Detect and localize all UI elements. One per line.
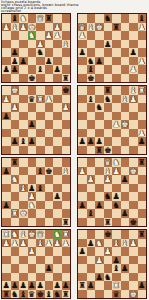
- piece-white-king[interactable]: ♚: [28, 23, 35, 31]
- square-c4[interactable]: [95, 48, 104, 57]
- piece-black-bishop[interactable]: ♝: [11, 14, 18, 22]
- square-a3[interactable]: [78, 273, 87, 282]
- square-d5[interactable]: [28, 256, 37, 265]
- square-d2[interactable]: ♟: [28, 281, 37, 290]
- square-g2[interactable]: [53, 209, 62, 218]
- square-b6[interactable]: ♟: [87, 175, 96, 184]
- square-c7[interactable]: ♟: [19, 23, 28, 32]
- square-f2[interactable]: [45, 137, 54, 146]
- square-f6[interactable]: [121, 31, 130, 40]
- square-b5[interactable]: [11, 184, 20, 193]
- square-g4[interactable]: ♟: [53, 192, 62, 201]
- square-b5[interactable]: [87, 184, 96, 193]
- piece-white-pawn[interactable]: ♟: [138, 57, 145, 65]
- square-d4[interactable]: [104, 264, 113, 273]
- square-f2[interactable]: [45, 209, 54, 218]
- square-h4[interactable]: [138, 48, 147, 57]
- square-f8[interactable]: [45, 86, 54, 95]
- piece-white-bishop[interactable]: ♝: [121, 95, 128, 103]
- square-a3[interactable]: ♟: [2, 201, 11, 210]
- square-h3[interactable]: [138, 201, 147, 210]
- square-a6[interactable]: ♟: [78, 31, 87, 40]
- square-e8[interactable]: [36, 86, 45, 95]
- square-b1[interactable]: ♚: [87, 74, 96, 83]
- square-d7[interactable]: [28, 239, 37, 248]
- square-f7[interactable]: ♟: [45, 239, 54, 248]
- square-d4[interactable]: ♟: [28, 192, 37, 201]
- square-f7[interactable]: ♚: [45, 167, 54, 176]
- piece-white-bishop[interactable]: ♝: [62, 40, 69, 48]
- piece-white-pawn[interactable]: ♟: [130, 65, 137, 73]
- square-f5[interactable]: [45, 112, 54, 121]
- square-a3[interactable]: ♟: [78, 201, 87, 210]
- square-a8[interactable]: [78, 230, 87, 239]
- square-a1[interactable]: ♜: [2, 290, 11, 299]
- square-g5[interactable]: [53, 184, 62, 193]
- piece-black-king[interactable]: ♚: [104, 230, 111, 238]
- square-h6[interactable]: [138, 103, 147, 112]
- piece-white-pawn[interactable]: ♟: [28, 247, 35, 255]
- square-e2[interactable]: [112, 137, 121, 146]
- square-a8[interactable]: [78, 86, 87, 95]
- square-b4[interactable]: [11, 120, 20, 129]
- square-a5[interactable]: [2, 40, 11, 49]
- square-a6[interactable]: [2, 103, 11, 112]
- piece-black-pawn[interactable]: ♟: [3, 167, 10, 175]
- square-b6[interactable]: [87, 31, 96, 40]
- piece-white-pawn[interactable]: ♟: [104, 247, 111, 255]
- square-h1[interactable]: ♜: [62, 74, 71, 83]
- square-b2[interactable]: ♝: [87, 65, 96, 74]
- square-e8[interactable]: ♛: [36, 14, 45, 23]
- piece-white-rook[interactable]: ♜: [37, 95, 44, 103]
- square-b3[interactable]: [87, 273, 96, 282]
- square-d3[interactable]: [104, 57, 113, 66]
- square-g4[interactable]: [129, 120, 138, 129]
- piece-black-knight[interactable]: ♞: [11, 290, 18, 298]
- square-g7[interactable]: [53, 167, 62, 176]
- square-a5[interactable]: [78, 40, 87, 49]
- square-e5[interactable]: ♟: [36, 40, 45, 49]
- piece-black-pawn[interactable]: ♟: [54, 65, 61, 73]
- square-d6[interactable]: [104, 103, 113, 112]
- square-f6[interactable]: [45, 175, 54, 184]
- square-e7[interactable]: ♝: [36, 167, 45, 176]
- square-d2[interactable]: [104, 65, 113, 74]
- square-g3[interactable]: [53, 201, 62, 210]
- square-a7[interactable]: ♟: [2, 167, 11, 176]
- square-c5[interactable]: [95, 184, 104, 193]
- square-b8[interactable]: [87, 14, 96, 23]
- square-h7[interactable]: [62, 23, 71, 32]
- square-a1[interactable]: [78, 218, 87, 227]
- piece-white-bishop[interactable]: ♝: [11, 23, 18, 31]
- piece-black-pawn[interactable]: ♟: [113, 192, 120, 200]
- piece-black-knight[interactable]: ♞: [104, 14, 111, 22]
- square-f7[interactable]: [45, 23, 54, 32]
- square-b5[interactable]: [11, 40, 20, 49]
- piece-black-rook[interactable]: ♜: [96, 146, 103, 154]
- square-g1[interactable]: ♚: [129, 290, 138, 299]
- square-c6[interactable]: [19, 31, 28, 40]
- square-f3[interactable]: [121, 273, 130, 282]
- square-e5[interactable]: [36, 112, 45, 121]
- piece-black-king[interactable]: ♚: [104, 146, 111, 154]
- square-e1[interactable]: [112, 74, 121, 83]
- square-f4[interactable]: [121, 48, 130, 57]
- square-g5[interactable]: [53, 256, 62, 265]
- square-g7[interactable]: ♟: [129, 95, 138, 104]
- square-e2[interactable]: [36, 209, 45, 218]
- piece-black-pawn[interactable]: ♟: [121, 264, 128, 272]
- square-d3[interactable]: [28, 57, 37, 66]
- square-d5[interactable]: ♟: [104, 40, 113, 49]
- square-g3[interactable]: [129, 273, 138, 282]
- square-e7[interactable]: [112, 95, 121, 104]
- square-a2[interactable]: [2, 137, 11, 146]
- square-g2[interactable]: [129, 281, 138, 290]
- piece-black-bishop[interactable]: ♝: [37, 65, 44, 73]
- square-b6[interactable]: [11, 247, 20, 256]
- square-a3[interactable]: [2, 129, 11, 138]
- square-h8[interactable]: ♜: [138, 158, 147, 167]
- piece-white-bishop[interactable]: ♝: [37, 239, 44, 247]
- square-h5[interactable]: [138, 256, 147, 265]
- square-d8[interactable]: ♚: [104, 230, 113, 239]
- square-e6[interactable]: [112, 103, 121, 112]
- square-b3[interactable]: [87, 201, 96, 210]
- square-e6[interactable]: [112, 175, 121, 184]
- square-d6[interactable]: ♟: [104, 247, 113, 256]
- square-a5[interactable]: ♟: [2, 112, 11, 121]
- square-a6[interactable]: [78, 175, 87, 184]
- square-d6[interactable]: [28, 103, 37, 112]
- square-e6[interactable]: [36, 103, 45, 112]
- square-a1[interactable]: [78, 146, 87, 155]
- piece-white-pawn[interactable]: ♟: [138, 129, 145, 137]
- square-f1[interactable]: [45, 218, 54, 227]
- square-c8[interactable]: ♞: [19, 14, 28, 23]
- square-d2[interactable]: ♟: [28, 137, 37, 146]
- square-f7[interactable]: [121, 167, 130, 176]
- square-h6[interactable]: [62, 247, 71, 256]
- piece-white-queen[interactable]: ♛: [104, 158, 111, 166]
- piece-black-pawn[interactable]: ♟: [45, 57, 52, 65]
- square-e6[interactable]: [36, 247, 45, 256]
- square-c1[interactable]: [19, 74, 28, 83]
- square-d6[interactable]: ♟: [104, 175, 113, 184]
- piece-black-bishop[interactable]: ♝: [87, 65, 94, 73]
- square-g6[interactable]: ♟: [53, 31, 62, 40]
- square-h5[interactable]: [62, 112, 71, 121]
- square-d8[interactable]: [28, 158, 37, 167]
- square-d1[interactable]: [104, 290, 113, 299]
- piece-black-pawn[interactable]: ♟: [11, 57, 18, 65]
- square-h3[interactable]: [62, 129, 71, 138]
- piece-black-rook[interactable]: ♜: [138, 158, 145, 166]
- square-c3[interactable]: [95, 129, 104, 138]
- square-c2[interactable]: [19, 65, 28, 74]
- piece-black-king[interactable]: ♚: [37, 290, 44, 298]
- square-f2[interactable]: [45, 281, 54, 290]
- square-b1[interactable]: [11, 146, 20, 155]
- square-h1[interactable]: [138, 146, 147, 155]
- square-c8[interactable]: ♝: [19, 230, 28, 239]
- square-c7[interactable]: [19, 95, 28, 104]
- square-b5[interactable]: [87, 112, 96, 121]
- square-a6[interactable]: ♟: [78, 247, 87, 256]
- square-g5[interactable]: [129, 40, 138, 49]
- square-b7[interactable]: [87, 167, 96, 176]
- square-a8[interactable]: [78, 158, 87, 167]
- square-h4[interactable]: [138, 264, 147, 273]
- square-g2[interactable]: [53, 137, 62, 146]
- square-a5[interactable]: [2, 184, 11, 193]
- piece-white-pawn[interactable]: ♟: [113, 167, 120, 175]
- square-h5[interactable]: [138, 184, 147, 193]
- square-e1[interactable]: [112, 218, 121, 227]
- piece-white-pawn[interactable]: ♟: [54, 31, 61, 39]
- piece-black-bishop[interactable]: ♝: [37, 167, 44, 175]
- piece-black-pawn[interactable]: ♟: [96, 57, 103, 65]
- square-d4[interactable]: [104, 120, 113, 129]
- square-g8[interactable]: [129, 230, 138, 239]
- piece-white-rook[interactable]: ♜: [138, 86, 145, 94]
- square-a5[interactable]: [78, 184, 87, 193]
- piece-white-pawn[interactable]: ♟: [62, 103, 69, 111]
- square-h3[interactable]: [62, 57, 71, 66]
- square-f5[interactable]: [121, 112, 130, 121]
- square-b4[interactable]: [87, 120, 96, 129]
- square-b7[interactable]: ♝: [87, 23, 96, 32]
- piece-black-pawn[interactable]: ♟: [104, 40, 111, 48]
- piece-black-pawn[interactable]: ♟: [3, 201, 10, 209]
- square-e4[interactable]: [36, 120, 45, 129]
- square-c8[interactable]: [19, 86, 28, 95]
- square-b1[interactable]: [87, 146, 96, 155]
- square-b6[interactable]: [87, 247, 96, 256]
- square-c4[interactable]: [19, 264, 28, 273]
- square-b2[interactable]: ♜: [11, 209, 20, 218]
- square-e4[interactable]: ♟: [112, 120, 121, 129]
- square-h3[interactable]: [62, 273, 71, 282]
- piece-black-knight[interactable]: ♞: [104, 192, 111, 200]
- square-b8[interactable]: [87, 86, 96, 95]
- square-c7[interactable]: ♚: [95, 23, 104, 32]
- square-f6[interactable]: [45, 247, 54, 256]
- piece-black-pawn[interactable]: ♟: [3, 281, 10, 289]
- square-a1[interactable]: [2, 74, 11, 83]
- square-e7[interactable]: ♜: [112, 23, 121, 32]
- square-a8[interactable]: [2, 86, 11, 95]
- square-b8[interactable]: [87, 230, 96, 239]
- piece-white-rook[interactable]: ♜: [62, 230, 69, 238]
- piece-white-pawn[interactable]: ♟: [28, 192, 35, 200]
- square-g2[interactable]: [129, 137, 138, 146]
- piece-black-pawn[interactable]: ♟: [121, 175, 128, 183]
- square-b2[interactable]: ♟: [11, 65, 20, 74]
- square-f5[interactable]: [121, 256, 130, 265]
- piece-black-knight[interactable]: ♞: [54, 290, 61, 298]
- piece-black-rook[interactable]: ♜: [45, 14, 52, 22]
- piece-black-bishop[interactable]: ♝: [87, 95, 94, 103]
- square-d3[interactable]: [28, 129, 37, 138]
- piece-black-bishop[interactable]: ♝: [20, 290, 27, 298]
- square-d6[interactable]: [104, 31, 113, 40]
- square-g4[interactable]: [129, 264, 138, 273]
- piece-white-bishop[interactable]: ♝: [113, 239, 120, 247]
- square-e7[interactable]: [36, 23, 45, 32]
- square-a7[interactable]: ♟: [2, 23, 11, 32]
- square-f1[interactable]: [45, 146, 54, 155]
- piece-black-pawn[interactable]: ♟: [11, 137, 18, 145]
- square-e7[interactable]: ♝: [36, 239, 45, 248]
- square-a4[interactable]: [2, 264, 11, 273]
- square-c1[interactable]: [19, 218, 28, 227]
- square-e3[interactable]: ♞: [112, 201, 121, 210]
- piece-black-rook[interactable]: ♜: [62, 74, 69, 82]
- piece-white-king[interactable]: ♚: [130, 167, 137, 175]
- square-c2[interactable]: [95, 209, 104, 218]
- square-e3[interactable]: [36, 273, 45, 282]
- square-a1[interactable]: [2, 146, 11, 155]
- square-c3[interactable]: ♟: [95, 201, 104, 210]
- square-a3[interactable]: [78, 129, 87, 138]
- square-h5[interactable]: [138, 40, 147, 49]
- square-b2[interactable]: ♟: [87, 281, 96, 290]
- piece-black-pawn[interactable]: ♟: [3, 112, 10, 120]
- square-h1[interactable]: [138, 290, 147, 299]
- square-e8[interactable]: [112, 230, 121, 239]
- square-c7[interactable]: [95, 167, 104, 176]
- square-a8[interactable]: ♜: [2, 230, 11, 239]
- square-h5[interactable]: [62, 184, 71, 193]
- piece-white-knight[interactable]: ♞: [96, 239, 103, 247]
- square-b7[interactable]: [11, 95, 20, 104]
- square-b4[interactable]: [87, 264, 96, 273]
- square-e2[interactable]: [36, 137, 45, 146]
- square-g5[interactable]: [129, 184, 138, 193]
- square-d5[interactable]: [104, 112, 113, 121]
- square-f3[interactable]: [121, 129, 130, 138]
- square-c6[interactable]: [95, 247, 104, 256]
- piece-black-queen[interactable]: ♛: [113, 290, 120, 298]
- square-c1[interactable]: [95, 74, 104, 83]
- square-d8[interactable]: ♛: [104, 158, 113, 167]
- square-c5[interactable]: [19, 40, 28, 49]
- square-c1[interactable]: [95, 218, 104, 227]
- square-a7[interactable]: ♟: [2, 95, 11, 104]
- piece-black-pawn[interactable]: ♟: [138, 281, 145, 289]
- piece-black-knight[interactable]: ♞: [87, 57, 94, 65]
- square-b5[interactable]: [87, 40, 96, 49]
- square-d3[interactable]: [104, 201, 113, 210]
- square-d5[interactable]: [28, 40, 37, 49]
- square-c1[interactable]: [95, 290, 104, 299]
- square-b3[interactable]: [11, 273, 20, 282]
- square-g7[interactable]: ♟: [129, 239, 138, 248]
- square-a2[interactable]: ♜: [78, 281, 87, 290]
- square-c6[interactable]: [95, 175, 104, 184]
- square-g1[interactable]: [53, 74, 62, 83]
- piece-white-pawn[interactable]: ♟: [54, 23, 61, 31]
- square-h3[interactable]: ♟: [138, 57, 147, 66]
- square-f5[interactable]: [121, 184, 130, 193]
- square-d5[interactable]: [104, 256, 113, 265]
- square-h4[interactable]: [138, 120, 147, 129]
- square-c7[interactable]: [19, 167, 28, 176]
- piece-white-knight[interactable]: ♞: [113, 158, 120, 166]
- square-d1[interactable]: ♜: [104, 218, 113, 227]
- square-e4[interactable]: [36, 264, 45, 273]
- square-h1[interactable]: ♜: [62, 218, 71, 227]
- square-b4[interactable]: ♟: [11, 48, 20, 57]
- square-h1[interactable]: [138, 74, 147, 83]
- square-f4[interactable]: [45, 48, 54, 57]
- square-e2[interactable]: [112, 209, 121, 218]
- square-c2[interactable]: [95, 65, 104, 74]
- square-f3[interactable]: [45, 201, 54, 210]
- square-f6[interactable]: ♟: [121, 175, 130, 184]
- piece-black-pawn[interactable]: ♟: [28, 137, 35, 145]
- square-a2[interactable]: ♟: [2, 65, 11, 74]
- square-g8[interactable]: [129, 158, 138, 167]
- piece-white-pawn[interactable]: ♟: [79, 31, 86, 39]
- square-a3[interactable]: [78, 57, 87, 66]
- square-g4[interactable]: ♟: [129, 48, 138, 57]
- square-d7[interactable]: ♞: [104, 95, 113, 104]
- square-a5[interactable]: [2, 256, 11, 265]
- square-e2[interactable]: ♟: [36, 281, 45, 290]
- piece-white-pawn[interactable]: ♟: [11, 239, 18, 247]
- piece-black-pawn[interactable]: ♟: [96, 273, 103, 281]
- square-b6[interactable]: ♞: [11, 175, 20, 184]
- square-g7[interactable]: ♚: [129, 167, 138, 176]
- square-a7[interactable]: ♛: [78, 23, 87, 32]
- square-d4[interactable]: ♟: [28, 120, 37, 129]
- piece-black-queen[interactable]: ♛: [28, 95, 35, 103]
- square-b2[interactable]: ♟: [87, 137, 96, 146]
- piece-white-king[interactable]: ♚: [28, 230, 35, 238]
- square-b1[interactable]: [11, 218, 20, 227]
- square-g6[interactable]: [53, 103, 62, 112]
- piece-black-pawn[interactable]: ♟: [96, 137, 103, 145]
- piece-white-pawn[interactable]: ♟: [37, 40, 44, 48]
- square-g1[interactable]: [129, 146, 138, 155]
- piece-black-knight[interactable]: ♞: [37, 48, 44, 56]
- square-e3[interactable]: [112, 57, 121, 66]
- square-b2[interactable]: ♝: [87, 209, 96, 218]
- square-e6[interactable]: [112, 247, 121, 256]
- piece-white-knight[interactable]: ♞: [28, 201, 35, 209]
- square-d7[interactable]: [28, 167, 37, 176]
- square-c3[interactable]: ♟: [95, 273, 104, 282]
- piece-black-bishop[interactable]: ♝: [45, 290, 52, 298]
- square-c1[interactable]: [19, 146, 28, 155]
- piece-white-rook[interactable]: ♜: [11, 209, 18, 217]
- square-c8[interactable]: [95, 86, 104, 95]
- square-g6[interactable]: [53, 175, 62, 184]
- square-e1[interactable]: [36, 146, 45, 155]
- square-d7[interactable]: [104, 239, 113, 248]
- square-c1[interactable]: ♝: [19, 290, 28, 299]
- piece-white-queen[interactable]: ♛: [37, 230, 44, 238]
- square-e5[interactable]: ♟: [112, 256, 121, 265]
- square-f1[interactable]: [121, 218, 130, 227]
- piece-black-bishop[interactable]: ♝: [37, 184, 44, 192]
- square-c4[interactable]: [19, 48, 28, 57]
- square-h7[interactable]: [62, 95, 71, 104]
